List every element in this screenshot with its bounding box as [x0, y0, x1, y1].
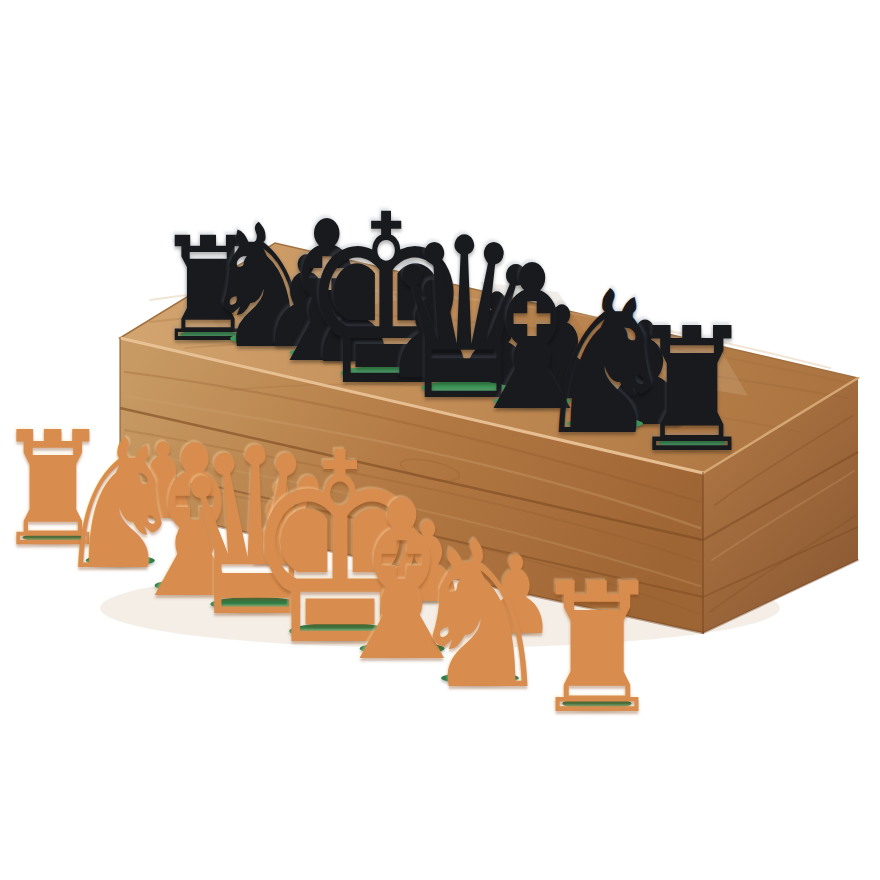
pieces-layer: ♜♞♟♝♟♚♟♛♟♝♟♞♟♜♜♞♟♝♛♟♚♝♟♞♟♜ [0, 0, 880, 880]
chess-set-photo: ♜♞♟♝♟♚♟♛♟♝♟♞♟♜♜♞♟♝♛♟♚♝♟♞♟♜ [0, 0, 880, 880]
white-rook: ♜ [531, 559, 663, 739]
black-rook: ♜ [629, 305, 755, 476]
